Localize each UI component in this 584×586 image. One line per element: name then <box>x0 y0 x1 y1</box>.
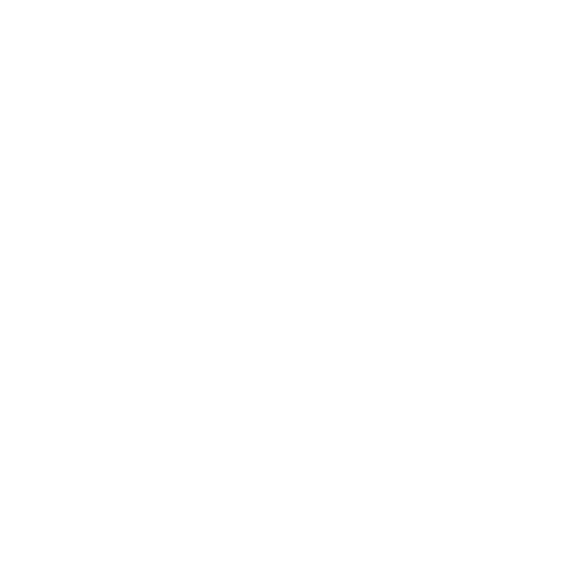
chess-board <box>0 0 584 586</box>
board-squares <box>0 0 584 584</box>
